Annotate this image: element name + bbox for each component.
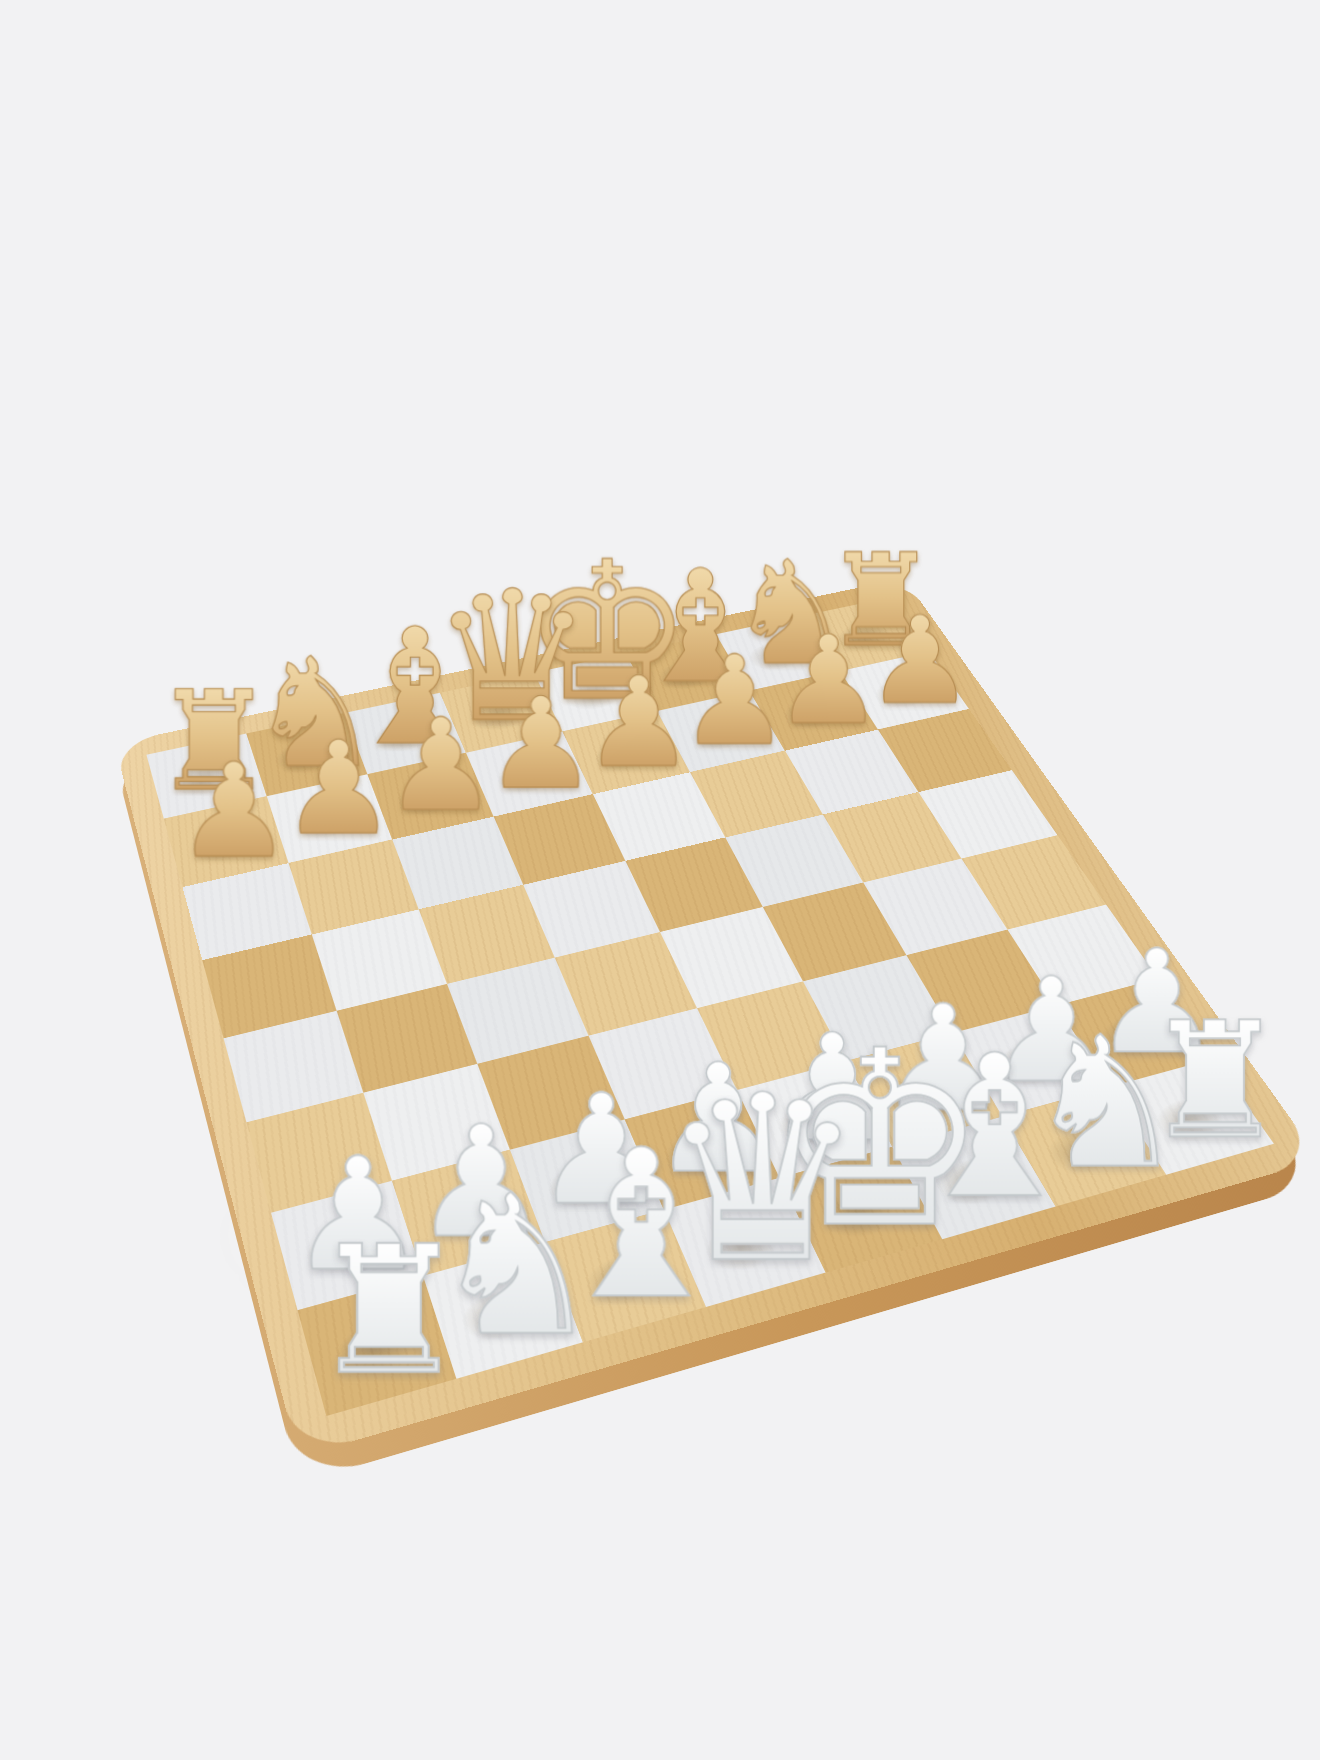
black-pawn-glyph: ♟ — [281, 724, 396, 853]
black-pawn-glyph: ♟ — [583, 660, 695, 784]
photo-scene: ♜♞♝♛♚♝♞♜♟♟♟♟♟♟♟♟♟♟♟♟♟♟♟♟♜♞♝♛♚♝♞♜ — [0, 0, 1320, 1760]
black-pawn-glyph: ♟ — [679, 640, 789, 763]
black-pawn-glyph: ♟ — [774, 620, 883, 742]
black-pawn-glyph: ♟ — [484, 681, 597, 807]
chess-board: ♜♞♝♛♚♝♞♜♟♟♟♟♟♟♟♟♟♟♟♟♟♟♟♟♜♞♝♛♚♝♞♜ — [114, 578, 1320, 1457]
black-pawn-glyph: ♟ — [176, 746, 293, 876]
black-pawn-glyph: ♟ — [384, 702, 498, 829]
chess-board-grid: ♜♞♝♛♚♝♞♜♟♟♟♟♟♟♟♟♟♟♟♟♟♟♟♟♜♞♝♛♚♝♞♜ — [114, 578, 1320, 1457]
square-e4[interactable] — [660, 907, 803, 1008]
white-rook-glyph: ♜ — [310, 1221, 468, 1398]
square-a1[interactable]: ♜ — [298, 1276, 457, 1416]
